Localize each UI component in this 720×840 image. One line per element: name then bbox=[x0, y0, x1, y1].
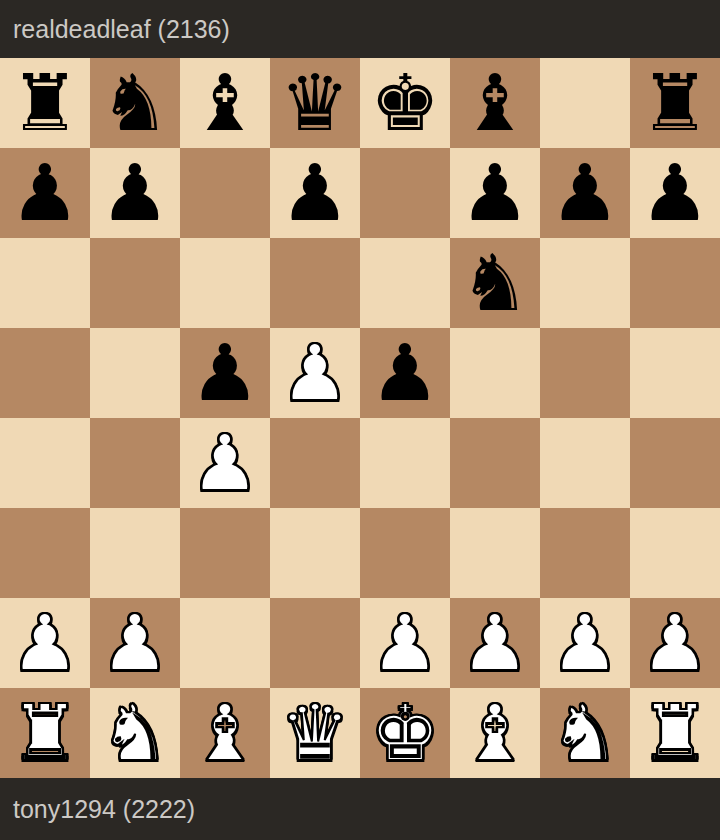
square-f1[interactable]: ♝ bbox=[450, 688, 540, 778]
square-g4[interactable] bbox=[540, 418, 630, 508]
square-a7[interactable]: ♟ bbox=[0, 148, 90, 238]
piece-white-rook[interactable]: ♜ bbox=[640, 688, 710, 778]
square-h6[interactable] bbox=[630, 238, 720, 328]
square-e8[interactable]: ♚ bbox=[360, 58, 450, 148]
square-e6[interactable] bbox=[360, 238, 450, 328]
square-f8[interactable]: ♝ bbox=[450, 58, 540, 148]
piece-white-queen[interactable]: ♛ bbox=[280, 688, 350, 778]
square-f3[interactable] bbox=[450, 508, 540, 598]
piece-black-pawn[interactable]: ♟ bbox=[10, 148, 80, 238]
piece-white-pawn[interactable]: ♟ bbox=[550, 598, 620, 688]
square-g8[interactable] bbox=[540, 58, 630, 148]
square-f2[interactable]: ♟ bbox=[450, 598, 540, 688]
square-g1[interactable]: ♞ bbox=[540, 688, 630, 778]
square-b6[interactable] bbox=[90, 238, 180, 328]
top-player-label: realdeadleaf (2136) bbox=[13, 15, 230, 44]
piece-black-rook[interactable]: ♜ bbox=[640, 58, 710, 148]
piece-black-queen[interactable]: ♛ bbox=[280, 58, 350, 148]
square-c8[interactable]: ♝ bbox=[180, 58, 270, 148]
piece-black-bishop[interactable]: ♝ bbox=[190, 58, 260, 148]
square-f7[interactable]: ♟ bbox=[450, 148, 540, 238]
square-g3[interactable] bbox=[540, 508, 630, 598]
square-a3[interactable] bbox=[0, 508, 90, 598]
square-c7[interactable] bbox=[180, 148, 270, 238]
piece-black-pawn[interactable]: ♟ bbox=[280, 148, 350, 238]
piece-white-bishop[interactable]: ♝ bbox=[190, 688, 260, 778]
piece-white-pawn[interactable]: ♟ bbox=[370, 598, 440, 688]
piece-white-rook[interactable]: ♜ bbox=[10, 688, 80, 778]
piece-black-pawn[interactable]: ♟ bbox=[190, 328, 260, 418]
square-a8[interactable]: ♜ bbox=[0, 58, 90, 148]
piece-black-pawn[interactable]: ♟ bbox=[550, 148, 620, 238]
square-f6[interactable]: ♞ bbox=[450, 238, 540, 328]
square-a5[interactable] bbox=[0, 328, 90, 418]
piece-white-king[interactable]: ♚ bbox=[370, 688, 440, 778]
square-g6[interactable] bbox=[540, 238, 630, 328]
square-f4[interactable] bbox=[450, 418, 540, 508]
piece-white-pawn[interactable]: ♟ bbox=[10, 598, 80, 688]
piece-white-pawn[interactable]: ♟ bbox=[640, 598, 710, 688]
square-h3[interactable] bbox=[630, 508, 720, 598]
piece-white-pawn[interactable]: ♟ bbox=[100, 598, 170, 688]
square-b8[interactable]: ♞ bbox=[90, 58, 180, 148]
square-h1[interactable]: ♜ bbox=[630, 688, 720, 778]
square-d6[interactable] bbox=[270, 238, 360, 328]
piece-white-pawn[interactable]: ♟ bbox=[280, 328, 350, 418]
piece-white-pawn[interactable]: ♟ bbox=[190, 418, 260, 508]
square-h2[interactable]: ♟ bbox=[630, 598, 720, 688]
square-c5[interactable]: ♟ bbox=[180, 328, 270, 418]
square-c2[interactable] bbox=[180, 598, 270, 688]
square-c4[interactable]: ♟ bbox=[180, 418, 270, 508]
square-c1[interactable]: ♝ bbox=[180, 688, 270, 778]
square-b2[interactable]: ♟ bbox=[90, 598, 180, 688]
square-b7[interactable]: ♟ bbox=[90, 148, 180, 238]
square-d5[interactable]: ♟ bbox=[270, 328, 360, 418]
square-d1[interactable]: ♛ bbox=[270, 688, 360, 778]
chess-app: realdeadleaf (2136) ♜♞♝♛♚♝♜♟♟♟♟♟♟♞♟♟♟♟♟♟… bbox=[0, 0, 720, 840]
square-e5[interactable]: ♟ bbox=[360, 328, 450, 418]
square-a4[interactable] bbox=[0, 418, 90, 508]
piece-white-bishop[interactable]: ♝ bbox=[460, 688, 530, 778]
square-f5[interactable] bbox=[450, 328, 540, 418]
square-c6[interactable] bbox=[180, 238, 270, 328]
square-g2[interactable]: ♟ bbox=[540, 598, 630, 688]
square-e2[interactable]: ♟ bbox=[360, 598, 450, 688]
square-e4[interactable] bbox=[360, 418, 450, 508]
piece-black-knight[interactable]: ♞ bbox=[460, 238, 530, 328]
piece-black-bishop[interactable]: ♝ bbox=[460, 58, 530, 148]
top-player-bar: realdeadleaf (2136) bbox=[0, 0, 720, 58]
square-d2[interactable] bbox=[270, 598, 360, 688]
square-c3[interactable] bbox=[180, 508, 270, 598]
square-h5[interactable] bbox=[630, 328, 720, 418]
square-g7[interactable]: ♟ bbox=[540, 148, 630, 238]
square-h7[interactable]: ♟ bbox=[630, 148, 720, 238]
piece-black-pawn[interactable]: ♟ bbox=[370, 328, 440, 418]
piece-black-rook[interactable]: ♜ bbox=[10, 58, 80, 148]
chess-board[interactable]: ♜♞♝♛♚♝♜♟♟♟♟♟♟♞♟♟♟♟♟♟♟♟♟♟♜♞♝♛♚♝♞♜ bbox=[0, 58, 720, 778]
square-a2[interactable]: ♟ bbox=[0, 598, 90, 688]
piece-white-knight[interactable]: ♞ bbox=[100, 688, 170, 778]
piece-white-pawn[interactable]: ♟ bbox=[460, 598, 530, 688]
square-d3[interactable] bbox=[270, 508, 360, 598]
square-b5[interactable] bbox=[90, 328, 180, 418]
square-a6[interactable] bbox=[0, 238, 90, 328]
square-b1[interactable]: ♞ bbox=[90, 688, 180, 778]
piece-black-pawn[interactable]: ♟ bbox=[460, 148, 530, 238]
square-e1[interactable]: ♚ bbox=[360, 688, 450, 778]
square-e3[interactable] bbox=[360, 508, 450, 598]
square-d8[interactable]: ♛ bbox=[270, 58, 360, 148]
square-a1[interactable]: ♜ bbox=[0, 688, 90, 778]
square-b4[interactable] bbox=[90, 418, 180, 508]
square-h8[interactable]: ♜ bbox=[630, 58, 720, 148]
bottom-player-label: tony1294 (2222) bbox=[13, 795, 195, 824]
square-e7[interactable] bbox=[360, 148, 450, 238]
square-b3[interactable] bbox=[90, 508, 180, 598]
bottom-player-bar: tony1294 (2222) bbox=[0, 778, 720, 840]
square-d4[interactable] bbox=[270, 418, 360, 508]
square-g5[interactable] bbox=[540, 328, 630, 418]
piece-white-knight[interactable]: ♞ bbox=[550, 688, 620, 778]
piece-black-knight[interactable]: ♞ bbox=[100, 58, 170, 148]
piece-black-pawn[interactable]: ♟ bbox=[100, 148, 170, 238]
piece-black-king[interactable]: ♚ bbox=[370, 58, 440, 148]
piece-black-pawn[interactable]: ♟ bbox=[640, 148, 710, 238]
square-h4[interactable] bbox=[630, 418, 720, 508]
square-d7[interactable]: ♟ bbox=[270, 148, 360, 238]
